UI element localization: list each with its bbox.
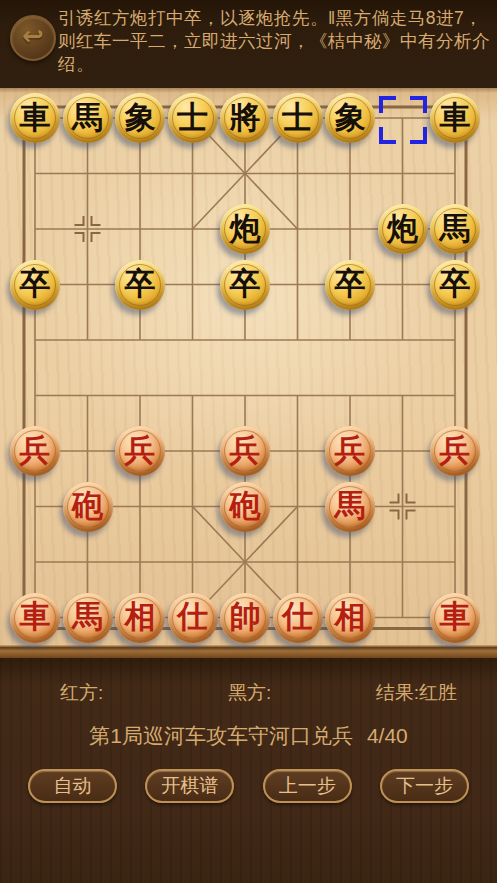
piece-black-pawn[interactable]: 卒 (220, 260, 270, 310)
piece-black-elephant[interactable]: 象 (115, 93, 165, 143)
piece-glyph: 象 (125, 102, 156, 133)
piece-glyph: 仕 (177, 601, 208, 632)
piece-glyph: 卒 (20, 268, 51, 299)
piece-glyph: 卒 (335, 268, 366, 299)
piece-glyph: 馬 (72, 601, 103, 632)
xiangqi-app-screen: ↩ 引诱红方炮打中卒，以逐炮抢先。‖黑方倘走马8进7，则红车一平二，立即进六过河… (0, 0, 497, 883)
piece-glyph: 兵 (335, 435, 366, 466)
lesson-title-row: 第1局巡河车攻车守河口兑兵4/40 (0, 722, 497, 750)
piece-glyph: 兵 (230, 435, 261, 466)
piece-black-elephant[interactable]: 象 (325, 93, 375, 143)
piece-black-cannon[interactable]: 炮 (378, 204, 428, 254)
piece-glyph: 兵 (20, 435, 51, 466)
piece-red-rook[interactable]: 車 (10, 593, 60, 643)
xiangqi-board[interactable]: 車馬象士將士象車炮炮馬卒卒卒卒卒兵兵兵兵兵砲砲馬車馬相仕帥仕相車 (0, 88, 497, 658)
commentary-panel: ↩ 引诱红方炮打中卒，以逐炮抢先。‖黑方倘走马8进7，则红车一平二，立即进六过河… (0, 0, 497, 88)
result-badge: 结果:红胜 (376, 680, 457, 706)
piece-glyph: 將 (230, 102, 261, 133)
piece-glyph: 砲 (72, 490, 103, 521)
piece-glyph: 車 (20, 102, 51, 133)
piece-glyph: 相 (335, 601, 366, 632)
black-player-label: 黑方: (228, 680, 271, 706)
piece-black-advisor[interactable]: 士 (168, 93, 218, 143)
last-move-origin-marker (379, 96, 427, 144)
piece-black-pawn[interactable]: 卒 (10, 260, 60, 310)
piece-glyph: 相 (125, 601, 156, 632)
piece-black-rook[interactable]: 車 (10, 93, 60, 143)
piece-black-pawn[interactable]: 卒 (325, 260, 375, 310)
red-player-label: 红方: (60, 680, 103, 706)
piece-red-pawn[interactable]: 兵 (430, 426, 480, 476)
piece-glyph: 象 (335, 102, 366, 133)
piece-glyph: 卒 (125, 268, 156, 299)
piece-red-pawn[interactable]: 兵 (325, 426, 375, 476)
piece-black-knight[interactable]: 馬 (430, 204, 480, 254)
piece-black-general[interactable]: 將 (220, 93, 270, 143)
piece-glyph: 兵 (125, 435, 156, 466)
piece-glyph: 馬 (72, 102, 103, 133)
piece-red-pawn[interactable]: 兵 (220, 426, 270, 476)
previous-move-button[interactable]: 上一步 (263, 769, 352, 803)
piece-black-knight[interactable]: 馬 (63, 93, 113, 143)
piece-black-pawn[interactable]: 卒 (430, 260, 480, 310)
piece-black-cannon[interactable]: 炮 (220, 204, 270, 254)
piece-glyph: 卒 (230, 268, 261, 299)
piece-red-knight[interactable]: 馬 (63, 593, 113, 643)
open-notation-button[interactable]: 开棋谱 (145, 769, 234, 803)
players-row: 红方: 黑方: 结果:红胜 (0, 680, 497, 704)
piece-black-advisor[interactable]: 士 (273, 93, 323, 143)
control-bar: 自动 开棋谱 上一步 下一步 (0, 769, 497, 805)
piece-glyph: 仕 (282, 601, 313, 632)
piece-red-general[interactable]: 帥 (220, 593, 270, 643)
piece-glyph: 馬 (440, 213, 471, 244)
piece-red-advisor[interactable]: 仕 (273, 593, 323, 643)
piece-red-knight[interactable]: 馬 (325, 482, 375, 532)
piece-red-elephant[interactable]: 相 (115, 593, 165, 643)
piece-glyph: 兵 (440, 435, 471, 466)
piece-red-elephant[interactable]: 相 (325, 593, 375, 643)
piece-red-rook[interactable]: 車 (430, 593, 480, 643)
game-info-panel: 红方: 黑方: 结果:红胜 第1局巡河车攻车守河口兑兵4/40 自动 开棋谱 上… (0, 658, 497, 883)
auto-play-button[interactable]: 自动 (28, 769, 117, 803)
return-arrow-icon: ↩ (22, 23, 44, 49)
commentary-text: 引诱红方炮打中卒，以逐炮抢先。‖黑方倘走马8进7，则红车一平二，立即进六过河，《… (58, 7, 492, 76)
piece-glyph: 帥 (230, 601, 261, 632)
back-button[interactable]: ↩ (10, 15, 56, 61)
lesson-title: 第1局巡河车攻车守河口兑兵 (89, 724, 353, 747)
piece-glyph: 車 (440, 102, 471, 133)
piece-glyph: 士 (177, 102, 208, 133)
next-move-button[interactable]: 下一步 (380, 769, 469, 803)
piece-red-pawn[interactable]: 兵 (115, 426, 165, 476)
piece-glyph: 車 (20, 601, 51, 632)
piece-glyph: 砲 (230, 490, 261, 521)
piece-glyph: 炮 (230, 213, 261, 244)
piece-red-pawn[interactable]: 兵 (10, 426, 60, 476)
piece-glyph: 卒 (440, 268, 471, 299)
move-progress: 4/40 (367, 724, 408, 747)
piece-red-cannon[interactable]: 砲 (63, 482, 113, 532)
piece-glyph: 馬 (335, 490, 366, 521)
piece-red-advisor[interactable]: 仕 (168, 593, 218, 643)
board-grid (0, 88, 497, 658)
piece-glyph: 士 (282, 102, 313, 133)
piece-glyph: 炮 (387, 213, 418, 244)
piece-black-rook[interactable]: 車 (430, 93, 480, 143)
piece-glyph: 車 (440, 601, 471, 632)
piece-black-pawn[interactable]: 卒 (115, 260, 165, 310)
piece-red-cannon[interactable]: 砲 (220, 482, 270, 532)
